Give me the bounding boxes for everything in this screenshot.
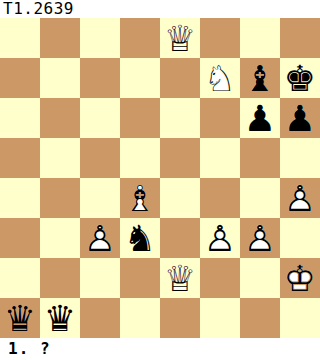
square-f4[interactable] [200, 178, 240, 218]
black-bishop-g7[interactable]: ♝ [240, 58, 280, 98]
square-f2[interactable] [200, 258, 240, 298]
square-b6[interactable] [40, 98, 80, 138]
square-e3[interactable] [160, 218, 200, 258]
square-g3[interactable]: ♟♙ [240, 218, 280, 258]
black-pawn-h6[interactable]: ♟ [280, 98, 320, 138]
square-a1[interactable]: ♛♛ [0, 298, 40, 338]
square-b8[interactable] [40, 18, 80, 58]
square-e5[interactable] [160, 138, 200, 178]
square-e1[interactable] [160, 298, 200, 338]
square-f5[interactable] [200, 138, 240, 178]
square-a4[interactable] [0, 178, 40, 218]
square-b5[interactable] [40, 138, 80, 178]
square-c2[interactable] [80, 258, 120, 298]
square-d1[interactable] [120, 298, 160, 338]
white-king-h2[interactable]: ♔ [280, 258, 320, 298]
move-prompt: 1. ? [0, 338, 320, 360]
white-pawn-f3[interactable]: ♙ [200, 218, 240, 258]
square-d3[interactable]: ♞♞ [120, 218, 160, 258]
chess-board: ♛♕♞♘♝♝♚♚♟♟♟♟♝♗♟♙♟♙♞♞♟♙♟♙♛♕♚♔♛♛♛♛ [0, 18, 320, 338]
square-g1[interactable] [240, 298, 280, 338]
white-pawn-h4[interactable]: ♙ [280, 178, 320, 218]
square-g6[interactable]: ♟♟ [240, 98, 280, 138]
square-f1[interactable] [200, 298, 240, 338]
square-g5[interactable] [240, 138, 280, 178]
black-queen-b1[interactable]: ♛ [40, 298, 80, 338]
square-a3[interactable] [0, 218, 40, 258]
puzzle-id: T1.2639 [0, 0, 320, 18]
square-c1[interactable] [80, 298, 120, 338]
square-h8[interactable] [280, 18, 320, 58]
square-e7[interactable] [160, 58, 200, 98]
square-f3[interactable]: ♟♙ [200, 218, 240, 258]
square-e6[interactable] [160, 98, 200, 138]
black-king-h7[interactable]: ♚ [280, 58, 320, 98]
white-queen-e8[interactable]: ♕ [160, 18, 200, 58]
square-f6[interactable] [200, 98, 240, 138]
square-c5[interactable] [80, 138, 120, 178]
square-d5[interactable] [120, 138, 160, 178]
black-pawn-g6[interactable]: ♟ [240, 98, 280, 138]
square-h4[interactable]: ♟♙ [280, 178, 320, 218]
square-g2[interactable] [240, 258, 280, 298]
square-d2[interactable] [120, 258, 160, 298]
square-f8[interactable] [200, 18, 240, 58]
white-bishop-d4[interactable]: ♗ [120, 178, 160, 218]
square-d6[interactable] [120, 98, 160, 138]
square-g8[interactable] [240, 18, 280, 58]
square-h7[interactable]: ♚♚ [280, 58, 320, 98]
square-d8[interactable] [120, 18, 160, 58]
square-h6[interactable]: ♟♟ [280, 98, 320, 138]
square-b7[interactable] [40, 58, 80, 98]
square-g7[interactable]: ♝♝ [240, 58, 280, 98]
square-h1[interactable] [280, 298, 320, 338]
square-c3[interactable]: ♟♙ [80, 218, 120, 258]
white-pawn-c3[interactable]: ♙ [80, 218, 120, 258]
square-b3[interactable] [40, 218, 80, 258]
square-c8[interactable] [80, 18, 120, 58]
chess-puzzle-page: T1.2639 ♛♕♞♘♝♝♚♚♟♟♟♟♝♗♟♙♟♙♞♞♟♙♟♙♛♕♚♔♛♛♛♛… [0, 0, 320, 360]
square-a7[interactable] [0, 58, 40, 98]
square-h3[interactable] [280, 218, 320, 258]
square-c6[interactable] [80, 98, 120, 138]
square-g4[interactable] [240, 178, 280, 218]
black-queen-a1[interactable]: ♛ [0, 298, 40, 338]
square-d4[interactable]: ♝♗ [120, 178, 160, 218]
white-knight-f7[interactable]: ♘ [200, 58, 240, 98]
square-h5[interactable] [280, 138, 320, 178]
black-knight-d3[interactable]: ♞ [120, 218, 160, 258]
square-b4[interactable] [40, 178, 80, 218]
square-a2[interactable] [0, 258, 40, 298]
square-b1[interactable]: ♛♛ [40, 298, 80, 338]
square-c4[interactable] [80, 178, 120, 218]
square-e2[interactable]: ♛♕ [160, 258, 200, 298]
square-e8[interactable]: ♛♕ [160, 18, 200, 58]
square-f7[interactable]: ♞♘ [200, 58, 240, 98]
square-a6[interactable] [0, 98, 40, 138]
square-a8[interactable] [0, 18, 40, 58]
white-pawn-g3[interactable]: ♙ [240, 218, 280, 258]
white-queen-e2[interactable]: ♕ [160, 258, 200, 298]
square-a5[interactable] [0, 138, 40, 178]
square-c7[interactable] [80, 58, 120, 98]
square-d7[interactable] [120, 58, 160, 98]
square-b2[interactable] [40, 258, 80, 298]
square-h2[interactable]: ♚♔ [280, 258, 320, 298]
square-e4[interactable] [160, 178, 200, 218]
